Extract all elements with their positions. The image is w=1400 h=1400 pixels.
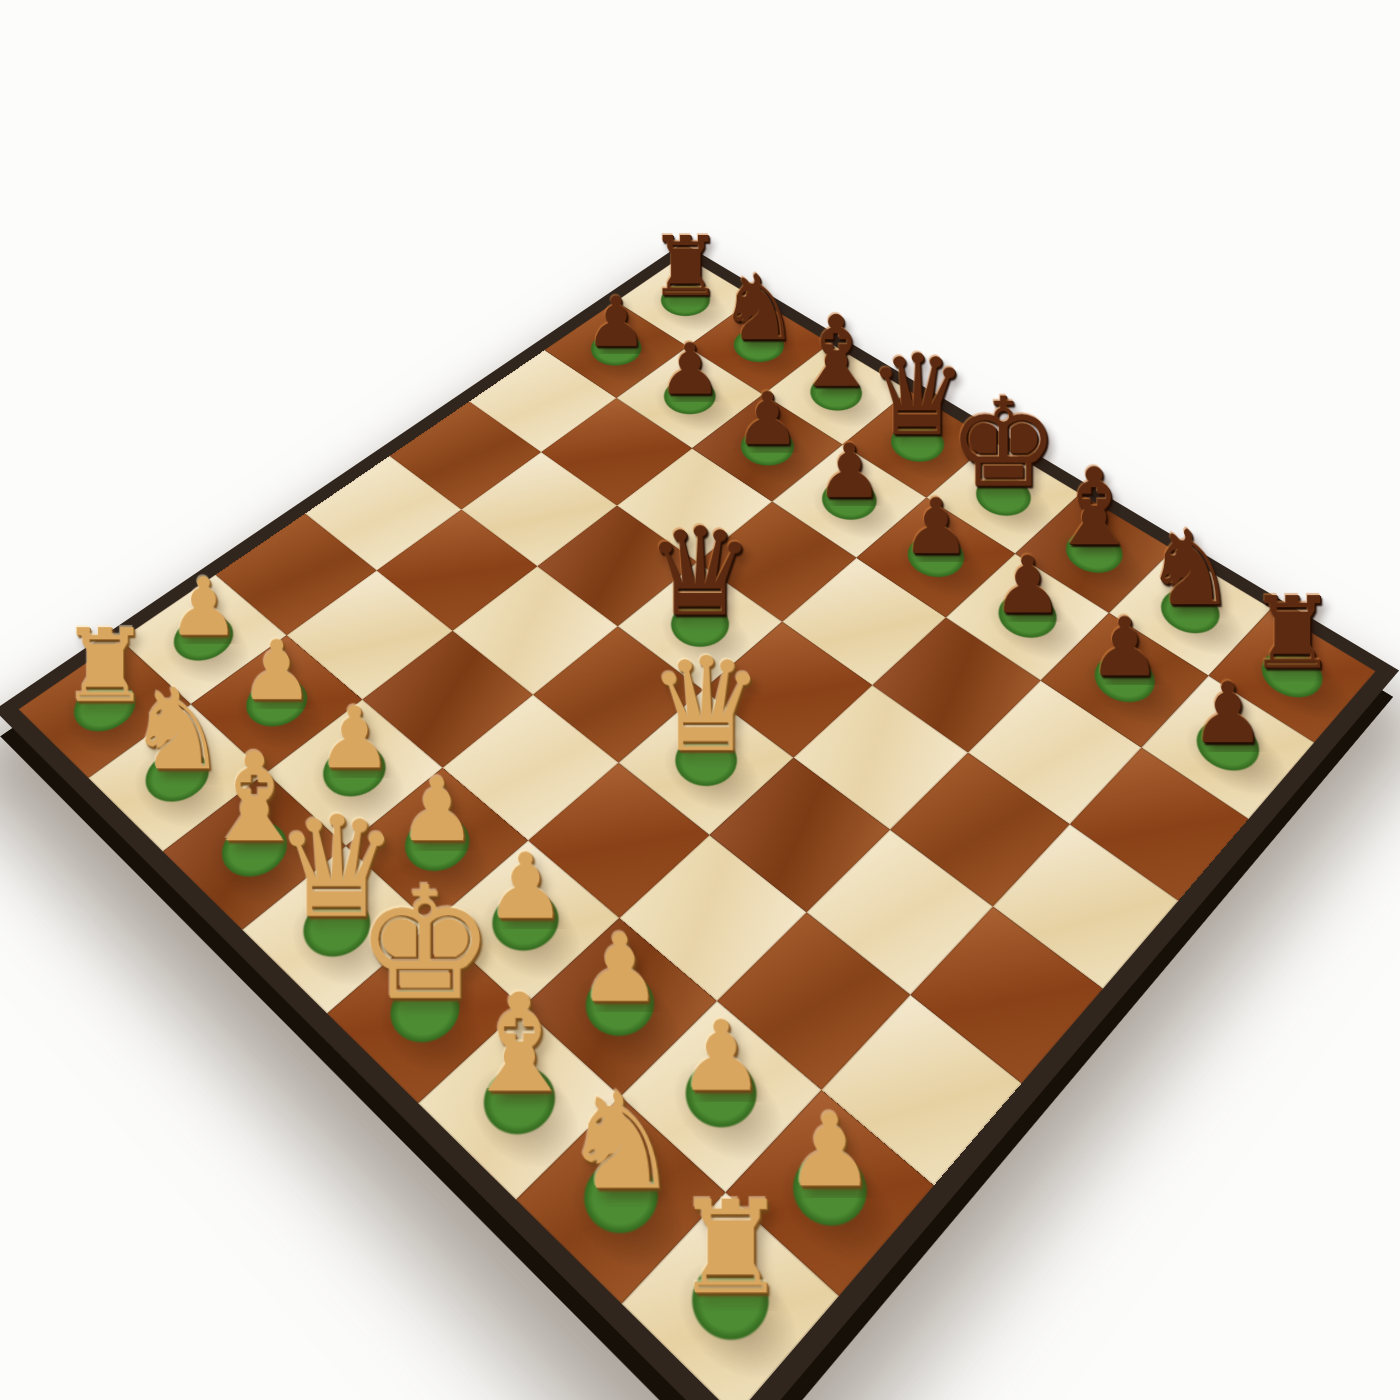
piece-black-pawn-a7: ♟ [585, 288, 647, 357]
piece-white-pawn-e2: ♟ [485, 841, 566, 932]
piece-black-pawn-f7: ♟ [992, 546, 1063, 625]
piece-white-pawn-c2: ♟ [316, 696, 392, 781]
chess-board: ♜♞♝♛♚♝♞♜♟♟♟♟♟♟♟♟♛♛♟♟♟♟♟♟♟♟♜♞♝♛♚♝♞♜ [19, 255, 1376, 1400]
piece-white-pawn-g2: ♟ [678, 1008, 765, 1105]
piece-white-pawn-h2: ♟ [785, 1100, 875, 1201]
piece-black-pawn-c7: ♟ [735, 383, 800, 456]
piece-black-pawn-e7: ♟ [901, 488, 970, 565]
piece-black-queen-d5: ♛ [645, 512, 755, 634]
piece-white-queen-e4: ♛ [648, 640, 765, 770]
piece-black-rook-a8: ♜ [649, 226, 723, 308]
piece-black-knight-b8: ♞ [718, 263, 799, 354]
piece-black-pawn-h7: ♟ [1190, 671, 1265, 755]
piece-white-pawn-d2: ♟ [398, 766, 477, 854]
piece-white-rook-h1: ♜ [673, 1185, 788, 1313]
piece-white-pawn-b2: ♟ [240, 630, 314, 712]
piece-black-pawn-d7: ♟ [816, 434, 883, 509]
piece-white-knight-g1: ♞ [561, 1075, 680, 1208]
piece-white-pawn-f2: ♟ [578, 922, 662, 1016]
board-frame: ♜♞♝♛♚♝♞♜♟♟♟♟♟♟♟♟♛♛♟♟♟♟♟♟♟♟♜♞♝♛♚♝♞♜ [0, 243, 1399, 1400]
piece-white-pawn-a2: ♟ [168, 567, 240, 647]
piece-black-pawn-g7: ♟ [1088, 607, 1161, 689]
piece-black-pawn-b7: ♟ [658, 334, 722, 405]
chess-set-photo: ♜♞♝♛♚♝♞♜♟♟♟♟♟♟♟♟♛♛♟♟♟♟♟♟♟♟♜♞♝♛♚♝♞♜ [0, 0, 1400, 1400]
